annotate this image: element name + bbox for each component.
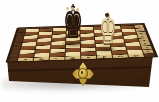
- chess-set-photo: 87654321ABCDEFGH ♚ ♚: [0, 0, 159, 102]
- file-label-g: G: [113, 54, 128, 58]
- file-label-f: F: [97, 55, 112, 59]
- file-label-d: D: [65, 56, 80, 60]
- file-label-a: A: [18, 58, 34, 62]
- board-frame: [9, 58, 18, 61]
- clasp-center-boss: [78, 68, 88, 79]
- white-king-finial: [105, 13, 109, 17]
- file-label-b: B: [34, 57, 49, 61]
- brass-clasp: [70, 61, 94, 85]
- file-label-h: H: [128, 54, 144, 58]
- file-label-c: C: [49, 57, 64, 61]
- black-king-crown-tips: [66, 7, 69, 10]
- clasp-keyhole: [81, 71, 83, 74]
- board-frame: [144, 54, 155, 57]
- file-label-e: E: [81, 56, 96, 60]
